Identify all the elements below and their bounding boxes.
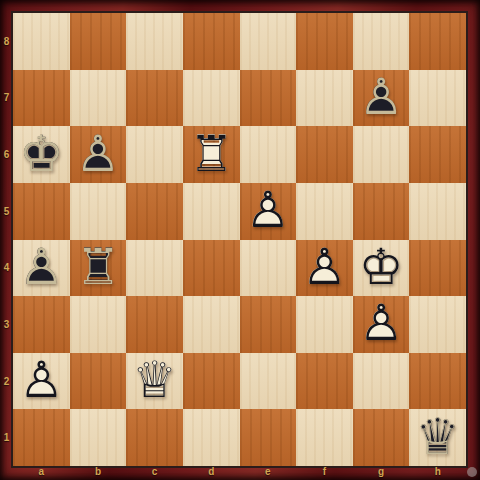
black-king-outline: ♔ xyxy=(13,125,70,182)
square-b3[interactable] xyxy=(70,296,127,353)
square-f6[interactable] xyxy=(296,126,353,183)
file-label-a: a xyxy=(13,466,70,480)
square-h3[interactable] xyxy=(409,296,466,353)
square-g3[interactable]: ♟♙ xyxy=(353,296,410,353)
square-h4[interactable] xyxy=(409,240,466,297)
rank-labels: 87654321 xyxy=(0,13,13,466)
file-label-d: d xyxy=(183,466,240,480)
rank-label-2: 2 xyxy=(0,353,13,410)
white-pawn-outline: ♙ xyxy=(240,182,297,239)
white-queen[interactable]: ♛♕ xyxy=(126,353,183,410)
file-label-g: g xyxy=(353,466,410,480)
black-pawn-outline: ♙ xyxy=(70,125,127,182)
square-c2[interactable]: ♛♕ xyxy=(126,353,183,410)
square-f3[interactable] xyxy=(296,296,353,353)
rank-label-7: 7 xyxy=(0,70,13,127)
square-h8[interactable] xyxy=(409,13,466,70)
square-c8[interactable] xyxy=(126,13,183,70)
white-pawn[interactable]: ♟♙ xyxy=(296,240,353,297)
square-d2[interactable] xyxy=(183,353,240,410)
square-e4[interactable] xyxy=(240,240,297,297)
square-a3[interactable] xyxy=(13,296,70,353)
rank-label-6: 6 xyxy=(0,126,13,183)
white-king-outline: ♔ xyxy=(353,239,410,296)
square-c4[interactable] xyxy=(126,240,183,297)
white-queen-outline: ♕ xyxy=(126,352,183,409)
square-d1[interactable] xyxy=(183,409,240,466)
white-pawn-outline: ♙ xyxy=(296,239,353,296)
square-a2[interactable]: ♟♙ xyxy=(13,353,70,410)
square-f2[interactable] xyxy=(296,353,353,410)
square-g2[interactable] xyxy=(353,353,410,410)
square-e6[interactable] xyxy=(240,126,297,183)
square-b4[interactable]: ♜♖ xyxy=(70,240,127,297)
square-c5[interactable] xyxy=(126,183,183,240)
square-g4[interactable]: ♚♔ xyxy=(353,240,410,297)
rank-label-5: 5 xyxy=(0,183,13,240)
square-e3[interactable] xyxy=(240,296,297,353)
square-a5[interactable] xyxy=(13,183,70,240)
square-d7[interactable] xyxy=(183,70,240,127)
white-pawn-outline: ♙ xyxy=(353,295,410,352)
square-h1[interactable]: ♛♕ xyxy=(409,409,466,466)
square-d3[interactable] xyxy=(183,296,240,353)
square-h6[interactable] xyxy=(409,126,466,183)
square-g7[interactable]: ♟♙ xyxy=(353,70,410,127)
black-pawn[interactable]: ♟♙ xyxy=(70,126,127,183)
square-g8[interactable] xyxy=(353,13,410,70)
square-a6[interactable]: ♚♔ xyxy=(13,126,70,183)
square-c7[interactable] xyxy=(126,70,183,127)
square-b5[interactable] xyxy=(70,183,127,240)
square-d8[interactable] xyxy=(183,13,240,70)
black-pawn[interactable]: ♟♙ xyxy=(13,240,70,297)
black-queen-outline: ♕ xyxy=(409,408,466,465)
square-a1[interactable] xyxy=(13,409,70,466)
file-label-b: b xyxy=(70,466,127,480)
black-pawn[interactable]: ♟♙ xyxy=(353,70,410,127)
square-h2[interactable] xyxy=(409,353,466,410)
square-g5[interactable] xyxy=(353,183,410,240)
square-d5[interactable] xyxy=(183,183,240,240)
square-h5[interactable] xyxy=(409,183,466,240)
white-pawn[interactable]: ♟♙ xyxy=(13,353,70,410)
square-b6[interactable]: ♟♙ xyxy=(70,126,127,183)
square-g6[interactable] xyxy=(353,126,410,183)
file-label-e: e xyxy=(240,466,297,480)
square-f1[interactable] xyxy=(296,409,353,466)
chess-board-frame: ♟♙♚♔♟♙♜♖♟♙♟♙♜♖♟♙♚♔♟♙♟♙♛♕♛♕ 87654321 abcd… xyxy=(0,0,480,480)
rank-label-3: 3 xyxy=(0,296,13,353)
black-pawn-outline: ♙ xyxy=(13,239,70,296)
square-b2[interactable] xyxy=(70,353,127,410)
square-h7[interactable] xyxy=(409,70,466,127)
white-pawn-outline: ♙ xyxy=(13,352,70,409)
file-label-h: h xyxy=(409,466,466,480)
black-pawn-outline: ♙ xyxy=(353,69,410,126)
square-e8[interactable] xyxy=(240,13,297,70)
square-c3[interactable] xyxy=(126,296,183,353)
rank-label-4: 4 xyxy=(0,240,13,297)
square-f7[interactable] xyxy=(296,70,353,127)
square-c1[interactable] xyxy=(126,409,183,466)
square-e1[interactable] xyxy=(240,409,297,466)
file-label-f: f xyxy=(296,466,353,480)
square-f8[interactable] xyxy=(296,13,353,70)
black-rook-outline: ♖ xyxy=(70,239,127,296)
square-c6[interactable] xyxy=(126,126,183,183)
square-f4[interactable]: ♟♙ xyxy=(296,240,353,297)
square-e2[interactable] xyxy=(240,353,297,410)
white-pawn[interactable]: ♟♙ xyxy=(240,183,297,240)
square-a8[interactable] xyxy=(13,13,70,70)
square-d4[interactable] xyxy=(183,240,240,297)
rank-label-1: 1 xyxy=(0,409,13,466)
file-labels: abcdefgh xyxy=(13,466,466,480)
black-rook[interactable]: ♜♖ xyxy=(70,240,127,297)
square-e7[interactable] xyxy=(240,70,297,127)
square-d6[interactable]: ♜♖ xyxy=(183,126,240,183)
file-label-c: c xyxy=(126,466,183,480)
white-rook[interactable]: ♜♖ xyxy=(183,126,240,183)
square-a4[interactable]: ♟♙ xyxy=(13,240,70,297)
black-king[interactable]: ♚♔ xyxy=(13,126,70,183)
white-king[interactable]: ♚♔ xyxy=(353,240,410,297)
black-queen[interactable]: ♛♕ xyxy=(409,409,466,466)
square-e5[interactable]: ♟♙ xyxy=(240,183,297,240)
square-g1[interactable] xyxy=(353,409,410,466)
square-a7[interactable] xyxy=(13,70,70,127)
square-b1[interactable] xyxy=(70,409,127,466)
white-pawn[interactable]: ♟♙ xyxy=(353,296,410,353)
rank-label-8: 8 xyxy=(0,13,13,70)
square-f5[interactable] xyxy=(296,183,353,240)
corner-dot xyxy=(467,467,477,477)
square-b8[interactable] xyxy=(70,13,127,70)
square-b7[interactable] xyxy=(70,70,127,127)
white-rook-outline: ♖ xyxy=(183,125,240,182)
chess-board: ♟♙♚♔♟♙♜♖♟♙♟♙♜♖♟♙♚♔♟♙♟♙♛♕♛♕ xyxy=(13,13,466,466)
